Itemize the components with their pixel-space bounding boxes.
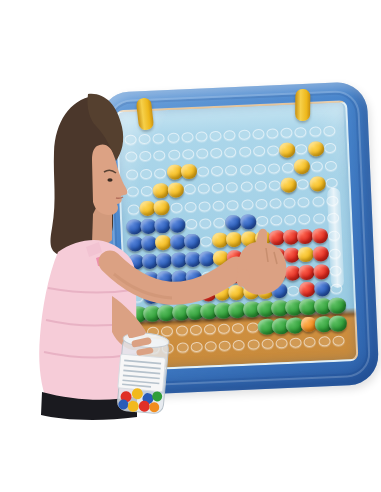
peg-hole [253, 146, 265, 157]
cell-r4c13[interactable] [311, 192, 326, 210]
cell-r0c13[interactable] [308, 122, 323, 140]
peg-hole [128, 204, 140, 215]
peg-hole [200, 236, 212, 247]
cell-r12c3[interactable] [175, 339, 190, 357]
peg-hole [198, 201, 210, 212]
peg-hole [323, 125, 335, 136]
cell-r0c12[interactable] [293, 123, 308, 141]
cell-r3c6[interactable] [211, 179, 226, 197]
cell-r11c7[interactable] [231, 319, 246, 337]
peg-hole [267, 145, 279, 156]
cell-r3c0[interactable] [125, 183, 140, 201]
peg-hole [188, 289, 200, 300]
cell-r1c9[interactable] [252, 142, 267, 160]
cell-r0c14[interactable] [322, 122, 337, 140]
cell-r2c3[interactable] [167, 164, 182, 182]
peg-hole [210, 148, 222, 159]
cell-r0c10[interactable] [265, 124, 280, 142]
peg-hole [238, 129, 250, 140]
peg-hole [161, 326, 173, 337]
red-peg[interactable] [313, 264, 330, 280]
red-peg[interactable] [311, 229, 328, 245]
cell-r1c14[interactable] [323, 139, 338, 157]
cell-r7c8[interactable] [242, 248, 257, 266]
cell-r2c5[interactable] [196, 162, 211, 180]
cell-r2c0[interactable] [125, 165, 140, 183]
peg-hole [269, 198, 281, 209]
blue-peg[interactable] [169, 217, 186, 233]
peg-hole [299, 214, 311, 225]
blue-peg[interactable] [271, 283, 288, 299]
peg-hole [183, 184, 195, 195]
cell-r12c13[interactable] [317, 333, 332, 351]
peg-hole [198, 184, 210, 195]
peg-hole [309, 126, 321, 137]
peg-hole [167, 132, 179, 143]
cell-r0c3[interactable] [166, 128, 181, 146]
pegboard [99, 81, 380, 395]
cell-r2c13[interactable] [309, 157, 324, 175]
yellow-peg[interactable] [281, 177, 298, 193]
cell-r6c8[interactable] [241, 230, 256, 248]
peg-hole [254, 181, 266, 192]
cell-r9c2[interactable] [158, 287, 173, 305]
cell-r1c4[interactable] [181, 145, 196, 163]
peg-hole [233, 340, 245, 351]
peg-hole [126, 169, 138, 180]
cell-r1c3[interactable] [167, 146, 182, 164]
cell-r12c4[interactable] [189, 338, 204, 356]
cell-r2c10[interactable] [267, 159, 282, 177]
peg-hole [254, 164, 266, 175]
peg-hole [211, 165, 223, 176]
cell-r5c12[interactable] [297, 211, 312, 229]
peg-hole [176, 343, 188, 354]
cell-r0c0[interactable] [123, 130, 138, 148]
cell-r6c3[interactable] [170, 234, 185, 252]
cell-r1c12[interactable] [294, 140, 309, 158]
cell-r1c7[interactable] [223, 144, 238, 162]
cell-r4c2[interactable] [155, 199, 170, 217]
peg-hole [325, 160, 337, 171]
cell-r4c8[interactable] [240, 195, 255, 213]
peg-hole [284, 215, 296, 226]
cell-r5c13[interactable] [311, 210, 326, 228]
peg-hole [124, 134, 136, 145]
peg-hole [239, 164, 251, 175]
cell-r8c8[interactable] [243, 266, 258, 284]
cell-r3c5[interactable] [196, 180, 211, 198]
cell-r0c8[interactable] [237, 125, 252, 143]
cell-r2c2[interactable] [153, 164, 168, 182]
peg-hole [170, 202, 182, 213]
cell-r4c11[interactable] [282, 194, 297, 212]
peg-hole [324, 143, 336, 154]
cell-r5c4[interactable] [184, 215, 199, 233]
peg-hole [284, 197, 296, 208]
cell-r2c7[interactable] [224, 161, 239, 179]
peg-hole [270, 216, 282, 227]
peg-hole [224, 130, 236, 141]
cell-r11c4[interactable] [188, 321, 203, 339]
cell-r12c8[interactable] [246, 336, 261, 354]
cell-r9c13[interactable] [315, 280, 330, 298]
peg-hole [190, 342, 202, 353]
cell-r5c11[interactable] [283, 211, 298, 229]
peg-hole [184, 202, 196, 213]
cell-r3c12[interactable] [296, 175, 311, 193]
peg-hole [154, 168, 166, 179]
peg-hole [295, 144, 307, 155]
cell-r6c7[interactable] [227, 231, 242, 249]
cell-r10c14[interactable] [329, 297, 344, 315]
cell-r4c9[interactable] [254, 195, 269, 213]
cell-r5c9[interactable] [255, 212, 270, 230]
peg-hole [133, 327, 145, 338]
peg-hole [232, 323, 244, 334]
peg-hole [304, 337, 316, 348]
blue-peg[interactable] [240, 214, 257, 230]
cell-r12c1[interactable] [147, 340, 162, 358]
cell-r11c6[interactable] [217, 319, 232, 337]
cell-r0c11[interactable] [279, 124, 294, 142]
peg-hole [197, 166, 209, 177]
cell-r3c2[interactable] [154, 182, 169, 200]
peg-hole [131, 292, 143, 303]
peg-hole [195, 131, 207, 142]
peg-hole [297, 179, 309, 190]
peg-hole [201, 271, 213, 282]
cell-r2c14[interactable] [323, 157, 338, 175]
peg-hole [148, 344, 160, 355]
peg-hole [125, 152, 137, 163]
cell-r12c14[interactable] [331, 332, 346, 350]
peg-hole [181, 132, 193, 143]
cell-r1c0[interactable] [124, 148, 139, 166]
green-peg[interactable] [328, 298, 347, 315]
cell-r6c2[interactable] [156, 234, 171, 252]
cell-r11c5[interactable] [203, 320, 218, 338]
yellow-peg[interactable] [308, 141, 325, 157]
cell-r1c6[interactable] [209, 144, 224, 162]
yellow-peg[interactable] [167, 182, 184, 198]
peg-hole [239, 147, 251, 158]
cell-r12c2[interactable] [161, 339, 176, 357]
peg-hole [255, 199, 267, 210]
cell-r1c8[interactable] [237, 143, 252, 161]
yellow-peg[interactable] [279, 142, 296, 158]
peg-hole [141, 186, 153, 197]
cell-r5c3[interactable] [170, 216, 185, 234]
peg-hole [298, 197, 310, 208]
cell-r1c11[interactable] [280, 141, 295, 159]
peg-hole [290, 338, 302, 349]
cell-r7c12[interactable] [299, 246, 314, 264]
blue-peg[interactable] [184, 234, 201, 250]
cell-r6c4[interactable] [185, 233, 200, 251]
cell-r11c3[interactable] [174, 321, 189, 339]
cell-r11c0[interactable] [132, 323, 147, 341]
cell-r0c9[interactable] [251, 125, 266, 143]
cell-r2c8[interactable] [238, 160, 253, 178]
cell-r8c12[interactable] [300, 263, 315, 281]
peg-hole [240, 182, 252, 193]
peg-hole [256, 216, 268, 227]
cell-r0c1[interactable] [137, 130, 152, 148]
green-peg[interactable] [328, 315, 347, 332]
peg-hole [225, 165, 237, 176]
cell-r5c5[interactable] [198, 215, 213, 233]
peg-hole [213, 218, 225, 229]
cell-r8c4[interactable] [186, 268, 201, 286]
peg-hole [269, 181, 281, 192]
cell-r4c10[interactable] [268, 194, 283, 212]
hanging-clip-right [295, 89, 310, 121]
peg-hole [219, 341, 231, 352]
peg-hole [134, 344, 146, 355]
cell-r4c7[interactable] [226, 196, 241, 214]
peg-hole [213, 200, 225, 211]
cell-r6c13[interactable] [312, 227, 327, 245]
cell-r11c1[interactable] [146, 322, 161, 340]
cell-r2c12[interactable] [295, 158, 310, 176]
cell-r4c5[interactable] [197, 197, 212, 215]
peg-hole [212, 183, 224, 194]
red-peg[interactable] [312, 246, 329, 262]
cell-r9c10[interactable] [272, 282, 287, 300]
blue-peg[interactable] [172, 287, 189, 303]
peg-hole [175, 325, 187, 336]
cell-r12c9[interactable] [260, 335, 275, 353]
peg-hole [252, 129, 264, 140]
cell-r12c11[interactable] [288, 334, 303, 352]
cell-r0c6[interactable] [208, 127, 223, 145]
yellow-peg[interactable] [294, 159, 311, 175]
cell-r0c4[interactable] [180, 128, 195, 146]
cell-r3c13[interactable] [310, 175, 325, 193]
cell-r9c3[interactable] [173, 286, 188, 304]
cell-r7c2[interactable] [157, 252, 172, 270]
cell-r2c9[interactable] [252, 160, 267, 178]
cell-r1c13[interactable] [308, 140, 323, 158]
peg-hole [287, 285, 299, 296]
cell-r3c9[interactable] [253, 177, 268, 195]
cell-r8c13[interactable] [314, 262, 329, 280]
peg-hole [218, 323, 230, 334]
cell-r1c2[interactable] [152, 147, 167, 165]
cell-r11c14[interactable] [330, 314, 345, 332]
peg-hole [312, 196, 324, 207]
peg-hole [139, 151, 151, 162]
peg-hole [280, 127, 292, 138]
peg-hole [127, 187, 139, 198]
cell-r12c6[interactable] [217, 337, 232, 355]
peg-hole [185, 219, 197, 230]
cell-r3c8[interactable] [239, 178, 254, 196]
cell-r7c3[interactable] [171, 251, 186, 269]
cell-r3c4[interactable] [182, 180, 197, 198]
cell-r12c10[interactable] [274, 334, 289, 352]
peg-hole [162, 343, 174, 354]
shoulder-strap [86, 242, 102, 257]
cell-r3c7[interactable] [225, 179, 240, 197]
cell-r1c1[interactable] [138, 147, 153, 165]
peg-hole [205, 341, 217, 352]
cell-r9c12[interactable] [300, 281, 315, 299]
peg-hole [153, 133, 165, 144]
cell-r5c8[interactable] [241, 213, 256, 231]
peg-hole [295, 127, 307, 138]
yellow-peg[interactable] [309, 176, 326, 192]
cell-r11c2[interactable] [160, 322, 175, 340]
peg-hole [332, 336, 344, 347]
cell-r9c7[interactable] [229, 284, 244, 302]
peg-hole [227, 200, 239, 211]
cell-r0c5[interactable] [194, 127, 209, 145]
peg-hole [241, 199, 253, 210]
cell-r2c6[interactable] [210, 162, 225, 180]
pegboard-grid [123, 122, 346, 359]
peg-hole [226, 182, 238, 193]
cell-r8c7[interactable] [229, 266, 244, 284]
peg-hole [199, 219, 211, 230]
cell-r6c12[interactable] [298, 228, 313, 246]
blue-peg[interactable] [314, 281, 331, 297]
peg-hole [182, 149, 194, 160]
cell-r9c8[interactable] [244, 283, 259, 301]
cell-r8c2[interactable] [158, 269, 173, 287]
cell-r4c4[interactable] [183, 198, 198, 216]
pants [41, 392, 137, 420]
peg-hole [275, 338, 287, 349]
peg-hole [140, 169, 152, 180]
peg-hole [268, 163, 280, 174]
peg-hole [210, 130, 222, 141]
cell-r2c4[interactable] [181, 163, 196, 181]
blue-peg[interactable] [185, 269, 202, 285]
peg-hole [282, 162, 294, 173]
cell-r8c3[interactable] [172, 269, 187, 287]
cell-r5c10[interactable] [269, 212, 284, 230]
cell-r12c0[interactable] [132, 341, 147, 359]
peg-hole [266, 128, 278, 139]
cell-r5c2[interactable] [155, 217, 170, 235]
peg-hole [313, 214, 325, 225]
cell-r4c12[interactable] [296, 193, 311, 211]
cell-r7c7[interactable] [228, 249, 243, 267]
cell-r5c7[interactable] [226, 214, 241, 232]
cell-r0c7[interactable] [222, 126, 237, 144]
cell-r3c3[interactable] [168, 181, 183, 199]
cell-r4c3[interactable] [169, 199, 184, 217]
peg-hole [204, 324, 216, 335]
peg-hole [247, 339, 259, 350]
peg-hole [168, 150, 180, 161]
peg-hole [310, 161, 322, 172]
peg-hole [196, 149, 208, 160]
peg-hole [261, 339, 273, 350]
peg-hole [318, 336, 330, 347]
cell-r3c11[interactable] [282, 176, 297, 194]
yellow-peg[interactable] [154, 200, 171, 216]
yellow-peg[interactable] [181, 164, 198, 180]
cell-r0c2[interactable] [152, 129, 167, 147]
cell-r12c12[interactable] [303, 333, 318, 351]
peg-hole [190, 324, 202, 335]
peg-hole [225, 147, 237, 158]
cell-r12c7[interactable] [232, 336, 247, 354]
cell-r12c5[interactable] [203, 337, 218, 355]
product-photo: { "game": "giant wall-mounted peg mosaic… [0, 0, 381, 492]
peg-hole [139, 134, 151, 145]
peg-hole [154, 150, 166, 161]
peg-hole [147, 326, 159, 337]
cell-r4c6[interactable] [211, 197, 226, 215]
cell-r7c13[interactable] [313, 245, 328, 263]
cell-r2c1[interactable] [139, 165, 154, 183]
cell-r1c5[interactable] [195, 145, 210, 163]
